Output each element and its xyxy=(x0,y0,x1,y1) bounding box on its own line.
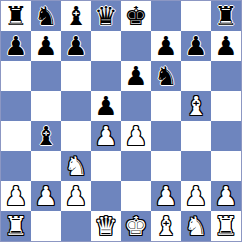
square-c7[interactable]: ♟ xyxy=(61,31,91,61)
square-f8[interactable] xyxy=(151,1,181,31)
square-h2[interactable]: ♟ xyxy=(211,181,241,211)
white-pawn[interactable]: ♟ xyxy=(94,121,117,151)
square-g7[interactable]: ♟ xyxy=(181,31,211,61)
square-a1[interactable]: ♜ xyxy=(1,211,31,241)
square-g1[interactable]: ♞ xyxy=(181,211,211,241)
white-rook[interactable]: ♜ xyxy=(4,211,27,241)
square-e8[interactable]: ♚ xyxy=(121,1,151,31)
black-pawn[interactable]: ♟ xyxy=(94,91,117,121)
square-a2[interactable]: ♟ xyxy=(1,181,31,211)
square-e5[interactable] xyxy=(121,91,151,121)
chess-board: ♜♞♝♛♚♜♟♟♟♟♟♟♟♞♟♝♝♟♟♞♟♟♟♟♟♟♜♛♚♝♞♜ xyxy=(0,0,242,242)
black-pawn[interactable]: ♟ xyxy=(154,31,177,61)
square-c1[interactable] xyxy=(61,211,91,241)
square-g6[interactable] xyxy=(181,61,211,91)
square-d8[interactable]: ♛ xyxy=(91,1,121,31)
square-h6[interactable] xyxy=(211,61,241,91)
black-knight[interactable]: ♞ xyxy=(34,1,57,31)
square-h5[interactable] xyxy=(211,91,241,121)
square-e2[interactable] xyxy=(121,181,151,211)
square-b1[interactable] xyxy=(31,211,61,241)
square-f2[interactable]: ♟ xyxy=(151,181,181,211)
square-e4[interactable]: ♟ xyxy=(121,121,151,151)
square-d1[interactable]: ♛ xyxy=(91,211,121,241)
square-c6[interactable] xyxy=(61,61,91,91)
square-f4[interactable] xyxy=(151,121,181,151)
square-f7[interactable]: ♟ xyxy=(151,31,181,61)
square-g5[interactable]: ♝ xyxy=(181,91,211,121)
square-f1[interactable]: ♝ xyxy=(151,211,181,241)
square-a3[interactable] xyxy=(1,151,31,181)
square-h3[interactable] xyxy=(211,151,241,181)
square-f3[interactable] xyxy=(151,151,181,181)
square-g4[interactable] xyxy=(181,121,211,151)
square-h1[interactable]: ♜ xyxy=(211,211,241,241)
white-bishop[interactable]: ♝ xyxy=(184,91,207,121)
square-e6[interactable]: ♟ xyxy=(121,61,151,91)
square-d6[interactable] xyxy=(91,61,121,91)
white-pawn[interactable]: ♟ xyxy=(4,181,27,211)
white-pawn[interactable]: ♟ xyxy=(124,121,147,151)
white-knight[interactable]: ♞ xyxy=(184,211,207,241)
square-c8[interactable]: ♝ xyxy=(61,1,91,31)
black-rook[interactable]: ♜ xyxy=(214,1,237,31)
black-pawn[interactable]: ♟ xyxy=(34,31,57,61)
square-e1[interactable]: ♚ xyxy=(121,211,151,241)
white-queen[interactable]: ♛ xyxy=(94,211,117,241)
square-c3[interactable]: ♞ xyxy=(61,151,91,181)
square-e7[interactable] xyxy=(121,31,151,61)
square-e3[interactable] xyxy=(121,151,151,181)
black-pawn[interactable]: ♟ xyxy=(64,31,87,61)
black-pawn[interactable]: ♟ xyxy=(214,31,237,61)
square-h8[interactable]: ♜ xyxy=(211,1,241,31)
black-pawn[interactable]: ♟ xyxy=(124,61,147,91)
square-b5[interactable] xyxy=(31,91,61,121)
square-a7[interactable]: ♟ xyxy=(1,31,31,61)
black-knight[interactable]: ♞ xyxy=(154,61,177,91)
square-b6[interactable] xyxy=(31,61,61,91)
square-g2[interactable]: ♟ xyxy=(181,181,211,211)
square-h4[interactable] xyxy=(211,121,241,151)
square-d7[interactable] xyxy=(91,31,121,61)
square-c4[interactable] xyxy=(61,121,91,151)
white-pawn[interactable]: ♟ xyxy=(184,181,207,211)
black-bishop[interactable]: ♝ xyxy=(34,121,57,151)
square-b3[interactable] xyxy=(31,151,61,181)
square-a6[interactable] xyxy=(1,61,31,91)
square-d5[interactable]: ♟ xyxy=(91,91,121,121)
square-c5[interactable] xyxy=(61,91,91,121)
white-knight[interactable]: ♞ xyxy=(64,151,87,181)
black-king[interactable]: ♚ xyxy=(124,1,147,31)
white-rook[interactable]: ♜ xyxy=(214,211,237,241)
white-bishop[interactable]: ♝ xyxy=(154,211,177,241)
square-f5[interactable] xyxy=(151,91,181,121)
square-c2[interactable]: ♟ xyxy=(61,181,91,211)
black-bishop[interactable]: ♝ xyxy=(64,1,87,31)
square-d2[interactable] xyxy=(91,181,121,211)
square-f6[interactable]: ♞ xyxy=(151,61,181,91)
black-pawn[interactable]: ♟ xyxy=(184,31,207,61)
white-king[interactable]: ♚ xyxy=(124,211,147,241)
square-a4[interactable] xyxy=(1,121,31,151)
white-pawn[interactable]: ♟ xyxy=(214,181,237,211)
square-d4[interactable]: ♟ xyxy=(91,121,121,151)
square-b8[interactable]: ♞ xyxy=(31,1,61,31)
white-pawn[interactable]: ♟ xyxy=(154,181,177,211)
square-b7[interactable]: ♟ xyxy=(31,31,61,61)
square-a8[interactable]: ♜ xyxy=(1,1,31,31)
square-d3[interactable] xyxy=(91,151,121,181)
square-a5[interactable] xyxy=(1,91,31,121)
black-pawn[interactable]: ♟ xyxy=(4,31,27,61)
square-h7[interactable]: ♟ xyxy=(211,31,241,61)
square-b4[interactable]: ♝ xyxy=(31,121,61,151)
square-g3[interactable] xyxy=(181,151,211,181)
black-rook[interactable]: ♜ xyxy=(4,1,27,31)
square-g8[interactable] xyxy=(181,1,211,31)
white-pawn[interactable]: ♟ xyxy=(34,181,57,211)
white-pawn[interactable]: ♟ xyxy=(64,181,87,211)
square-b2[interactable]: ♟ xyxy=(31,181,61,211)
black-queen[interactable]: ♛ xyxy=(94,1,117,31)
